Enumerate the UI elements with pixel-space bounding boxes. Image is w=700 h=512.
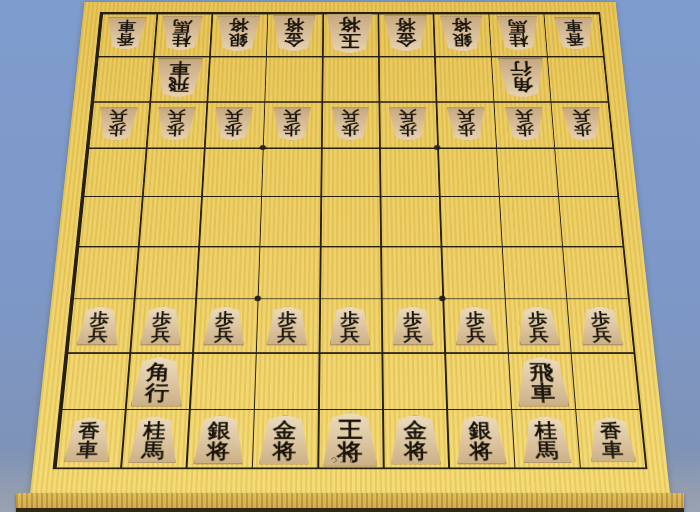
piece-kanji: 歩: [574, 122, 593, 136]
square-5e[interactable]: [320, 196, 381, 246]
square-9e[interactable]: [78, 196, 143, 246]
square-7h[interactable]: [189, 352, 255, 408]
square-9b[interactable]: [92, 56, 153, 101]
square-4f[interactable]: [380, 246, 442, 298]
piece-kanji: 桂: [143, 422, 166, 441]
piece-kanji: 将: [404, 441, 428, 461]
piece-kanji: 歩: [166, 122, 185, 136]
square-4b[interactable]: [378, 56, 436, 101]
piece-kanji: 王: [337, 419, 363, 441]
piece-kanji: 将: [339, 16, 361, 32]
piece-kanji: 車: [76, 441, 99, 459]
square-4d[interactable]: [379, 148, 439, 196]
piece-kanji: 兵: [283, 109, 301, 122]
piece-kanji: 桂: [534, 422, 557, 441]
maker-signature: [329, 452, 362, 464]
piece-kanji: 飛: [167, 76, 190, 92]
square-8e[interactable]: [138, 196, 201, 246]
piece-kanji: 将: [396, 18, 416, 33]
piece-kanji: 兵: [457, 109, 475, 122]
piece-kanji: 兵: [277, 327, 297, 343]
piece-kanji: 金: [396, 32, 416, 47]
shogi-board: 香車桂馬銀将金将玉将金将銀将桂馬香車飛車角行歩兵歩兵歩兵歩兵歩兵歩兵歩兵歩兵歩兵…: [30, 2, 670, 494]
piece-kanji: 行: [509, 61, 531, 77]
piece-kanji: 兵: [466, 327, 486, 343]
piece-kanji: 兵: [341, 109, 359, 122]
piece-kanji: 銀: [468, 421, 492, 441]
piece-kanji: 将: [272, 441, 296, 461]
board-perspective-wrap: 香車桂馬銀将金将玉将金将銀将桂馬香車飛車角行歩兵歩兵歩兵歩兵歩兵歩兵歩兵歩兵歩兵…: [0, 0, 700, 512]
square-1d[interactable]: [554, 148, 617, 196]
square-2d[interactable]: [496, 148, 558, 196]
square-3b[interactable]: [434, 56, 493, 101]
piece-kanji: 車: [530, 383, 555, 403]
piece-kanji: 香: [78, 423, 101, 441]
photo-background: 香車桂馬銀将金将玉将金将銀将桂馬香車飛車角行歩兵歩兵歩兵歩兵歩兵歩兵歩兵歩兵歩兵…: [0, 0, 700, 512]
piece-kanji: 金: [284, 32, 304, 47]
square-4e[interactable]: [380, 196, 441, 246]
square-6h[interactable]: [254, 352, 319, 408]
star-point: [434, 145, 440, 150]
piece-kanji: 飛: [529, 363, 554, 383]
piece-kanji: 兵: [529, 327, 549, 343]
piece-kanji: 兵: [109, 109, 128, 122]
piece-kanji: 馬: [172, 18, 192, 32]
square-1h[interactable]: [570, 352, 639, 408]
piece-kanji: 兵: [167, 109, 186, 122]
piece-kanji: 馬: [141, 441, 165, 460]
square-8f[interactable]: [134, 246, 199, 298]
piece-kanji: 銀: [452, 32, 473, 47]
board-front-edge: [16, 493, 684, 512]
square-9f[interactable]: [72, 246, 138, 298]
square-7d[interactable]: [201, 148, 262, 196]
square-5b[interactable]: [321, 56, 378, 101]
square-3f[interactable]: [441, 246, 505, 298]
piece-kanji: 桂: [171, 32, 191, 46]
piece-kanji: 兵: [515, 109, 534, 122]
piece-kanji: 兵: [88, 327, 109, 343]
piece-kanji: 将: [469, 441, 493, 461]
piece-kanji: 車: [564, 19, 583, 32]
piece-kanji: 兵: [399, 109, 417, 122]
piece-kanji: 兵: [225, 109, 243, 122]
piece-kanji: 兵: [403, 327, 423, 343]
piece-kanji: 香: [600, 423, 623, 441]
square-9h[interactable]: [61, 352, 130, 408]
square-6f[interactable]: [257, 246, 319, 298]
piece-kanji: 銀: [227, 32, 248, 47]
piece-kanji: 兵: [572, 109, 591, 122]
square-7e[interactable]: [199, 196, 261, 246]
star-point: [439, 295, 446, 300]
square-7f[interactable]: [196, 246, 260, 298]
piece-kanji: 金: [403, 421, 427, 441]
piece-kanji: 玉: [339, 32, 361, 48]
piece-kanji: 兵: [214, 327, 234, 343]
piece-kanji: 兵: [592, 327, 613, 343]
square-7b[interactable]: [207, 56, 266, 101]
piece-kanji: 将: [284, 18, 304, 33]
square-5h[interactable]: [318, 352, 382, 408]
piece-kanji: 桂: [509, 32, 529, 46]
piece-kanji: 金: [273, 421, 297, 441]
square-3d[interactable]: [437, 148, 498, 196]
piece-kanji: 香: [565, 32, 584, 45]
piece-kanji: 兵: [340, 327, 359, 343]
piece-kanji: 歩: [107, 122, 126, 136]
square-8d[interactable]: [142, 148, 204, 196]
square-2f[interactable]: [501, 246, 566, 298]
piece-kanji: 車: [601, 441, 624, 459]
square-1b[interactable]: [547, 56, 608, 101]
piece-kanji: 将: [206, 441, 230, 461]
piece-kanji: 歩: [457, 122, 475, 136]
square-4h[interactable]: [381, 352, 446, 408]
square-1e[interactable]: [558, 196, 623, 246]
piece-kanji: 将: [452, 18, 472, 33]
piece-kanji: 歩: [341, 122, 359, 136]
square-1f[interactable]: [562, 246, 628, 298]
piece-kanji: 角: [146, 363, 171, 383]
piece-kanji: 兵: [151, 327, 171, 343]
piece-kanji: 角: [510, 76, 533, 92]
piece-kanji: 将: [228, 18, 248, 33]
square-3h[interactable]: [444, 352, 510, 408]
piece-kanji: 車: [168, 61, 190, 77]
square-2e[interactable]: [499, 196, 562, 246]
square-3e[interactable]: [439, 196, 501, 246]
piece-kanji: 歩: [515, 122, 534, 136]
square-5f[interactable]: [319, 246, 381, 298]
piece-kanji: 馬: [535, 441, 559, 460]
piece-kanji: 銀: [207, 421, 231, 441]
piece-kanji: 車: [117, 19, 136, 32]
piece-kanji: 歩: [224, 122, 242, 136]
square-5d[interactable]: [320, 148, 379, 196]
piece-kanji: 馬: [508, 18, 528, 32]
square-6b[interactable]: [264, 56, 322, 101]
piece-kanji: 香: [116, 32, 135, 45]
piece-kanji: 歩: [399, 122, 417, 136]
piece-kanji: 行: [144, 383, 169, 403]
square-6d[interactable]: [261, 148, 321, 196]
piece-kanji: 歩: [283, 122, 301, 136]
square-6e[interactable]: [259, 196, 320, 246]
square-9d[interactable]: [83, 148, 146, 196]
